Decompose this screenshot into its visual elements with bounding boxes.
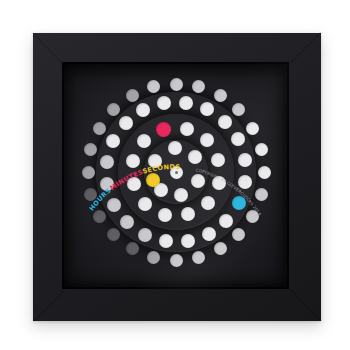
seconds-ring-dot-112 xyxy=(191,174,205,188)
minutes-ring-dot-284 xyxy=(126,154,140,168)
outer-ring-dot-150 xyxy=(214,242,227,255)
hours-ring-dot-134 xyxy=(219,214,233,228)
hours-ring-dot-242 xyxy=(107,198,121,212)
clock-photo: HOURS MINUTES SECONDS COPYRIGHT BY CLEVE… xyxy=(0,0,350,350)
minutes-ring-dot-224 xyxy=(138,197,152,211)
picture-frame: HOURS MINUTES SECONDS COPYRIGHT BY CLEVE… xyxy=(33,33,321,321)
outer-ring-dot-270 xyxy=(82,166,95,179)
minutes-ring-dot-194 xyxy=(158,208,172,222)
outer-ring-dot-240 xyxy=(93,210,106,223)
minutes-ring-dot-134 xyxy=(201,196,215,210)
outer-ring-dot-300 xyxy=(93,122,106,135)
hours-ring-dot-80 xyxy=(238,153,252,167)
seconds-ring-dot-357 xyxy=(168,141,182,155)
outer-ring-dot-165 xyxy=(192,251,205,264)
seconds-ring-dot-51 xyxy=(188,150,202,164)
outer-ring-dot-120 xyxy=(246,210,259,223)
frame-miter-top-left xyxy=(32,33,63,64)
hours-ring-dot-206 xyxy=(138,228,152,242)
hours-ring-dot-170 xyxy=(181,234,195,248)
minutes-ring-dot-44 xyxy=(200,133,214,147)
outer-ring-dot-45 xyxy=(232,103,245,116)
outer-ring-dot-105 xyxy=(255,188,268,201)
outer-ring-dot-15 xyxy=(192,80,205,93)
outer-ring-dot-180 xyxy=(170,254,183,267)
hours-ring-dot-296 xyxy=(106,134,120,148)
hours-ring-dot-62 xyxy=(231,132,245,146)
outer-ring-dot-330 xyxy=(126,89,139,102)
hours-ring-dot-26 xyxy=(200,102,214,116)
minutes-ring-dot-164 xyxy=(181,207,195,221)
minutes-ring-dot-14 xyxy=(180,122,194,136)
hours-ring-dot-44 xyxy=(218,115,232,129)
seconds-ring-dot-298 xyxy=(148,154,162,168)
hours-ring-dot-188 xyxy=(159,234,173,248)
outer-ring-dot-135 xyxy=(232,228,245,241)
hours-ring-dot-152 xyxy=(202,227,216,241)
minutes-ring-dot-254 xyxy=(127,177,141,191)
outer-ring-dot-315 xyxy=(107,103,120,116)
hours-ring-dot-116 xyxy=(232,196,246,210)
hours-ring-dot-350 xyxy=(157,96,171,110)
hours-ring-dot-332 xyxy=(136,103,150,117)
hours-ring-dot-278 xyxy=(100,155,114,169)
outer-ring-dot-345 xyxy=(147,80,160,93)
hours-ring-dot-98 xyxy=(238,175,252,189)
minutes-ring-dot-74 xyxy=(211,153,225,167)
spindle-dot xyxy=(170,166,183,179)
frame-miter-bottom-right xyxy=(291,290,322,321)
frame-miter-bottom-left xyxy=(33,291,64,322)
minutes-ring-dot-314 xyxy=(137,134,151,148)
hours-ring-dot-224 xyxy=(120,215,134,229)
outer-ring-dot-0 xyxy=(170,78,183,91)
clock-face: HOURS MINUTES SECONDS COPYRIGHT BY CLEVE… xyxy=(62,62,289,289)
seconds-ring-dot-168 xyxy=(174,188,188,202)
outer-ring-dot-30 xyxy=(214,89,227,102)
outer-ring-dot-285 xyxy=(84,143,97,156)
outer-ring-dot-195 xyxy=(147,251,160,264)
hours-ring-dot-314 xyxy=(119,116,133,130)
hours-ring-dot-8 xyxy=(179,96,193,110)
outer-ring-dot-225 xyxy=(107,228,120,241)
frame-miter-top-right xyxy=(290,32,321,63)
outer-ring-dot-90 xyxy=(258,166,271,179)
hours-ring-dot-260 xyxy=(100,177,114,191)
outer-ring-dot-210 xyxy=(126,242,139,255)
minutes-ring-dot-104 xyxy=(212,176,226,190)
outer-ring-dot-60 xyxy=(246,122,259,135)
outer-ring-dot-255 xyxy=(84,188,97,201)
outer-ring-dot-75 xyxy=(255,143,268,156)
minutes-ring-dot-344 xyxy=(156,122,171,137)
